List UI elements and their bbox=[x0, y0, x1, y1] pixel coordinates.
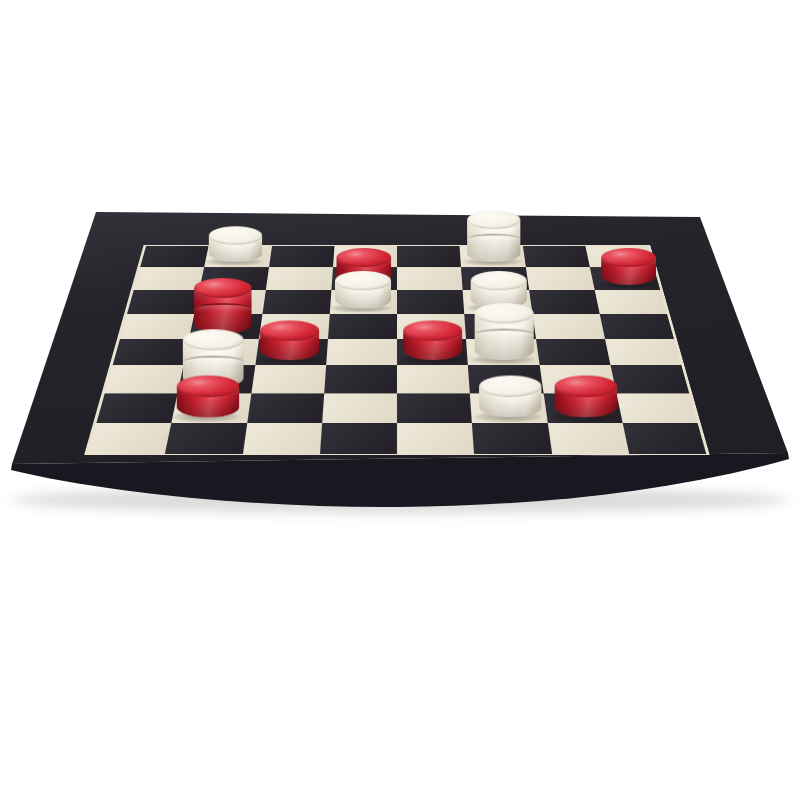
piece-top-face bbox=[194, 278, 252, 298]
piece-top-face bbox=[601, 248, 656, 267]
piece-top-face bbox=[335, 271, 391, 290]
piece-top-face bbox=[479, 375, 542, 397]
piece-red-king-r4c2[interactable] bbox=[194, 278, 252, 334]
piece-top-face bbox=[467, 211, 520, 229]
piece-top-face bbox=[337, 248, 392, 267]
piece-top-face bbox=[471, 271, 527, 290]
piece-red-man-r2c8[interactable] bbox=[601, 248, 656, 285]
piece-top-face bbox=[403, 320, 462, 340]
checkers-product-photo bbox=[0, 0, 800, 800]
piece-top-face bbox=[183, 329, 244, 350]
piece-top-face bbox=[209, 226, 262, 244]
pieces-layer bbox=[84, 245, 710, 455]
piece-top-face bbox=[260, 320, 319, 340]
piece-red-man-r7c2[interactable] bbox=[177, 375, 240, 417]
piece-white-man-r3c4[interactable] bbox=[335, 271, 391, 309]
piece-white-man-r1c2[interactable] bbox=[209, 226, 262, 262]
piece-red-man-r5c3[interactable] bbox=[260, 320, 319, 360]
piece-red-man-r5c5[interactable] bbox=[403, 320, 462, 360]
piece-white-king-r1c6[interactable] bbox=[467, 211, 520, 263]
piece-top-face bbox=[555, 375, 618, 397]
piece-top-face bbox=[475, 303, 534, 323]
piece-white-king-r5c6[interactable] bbox=[475, 303, 534, 360]
piece-red-man-r7c7[interactable] bbox=[555, 375, 618, 417]
piece-top-face bbox=[177, 375, 240, 397]
board-plane bbox=[84, 245, 710, 455]
piece-white-man-r7c6[interactable] bbox=[479, 375, 542, 417]
